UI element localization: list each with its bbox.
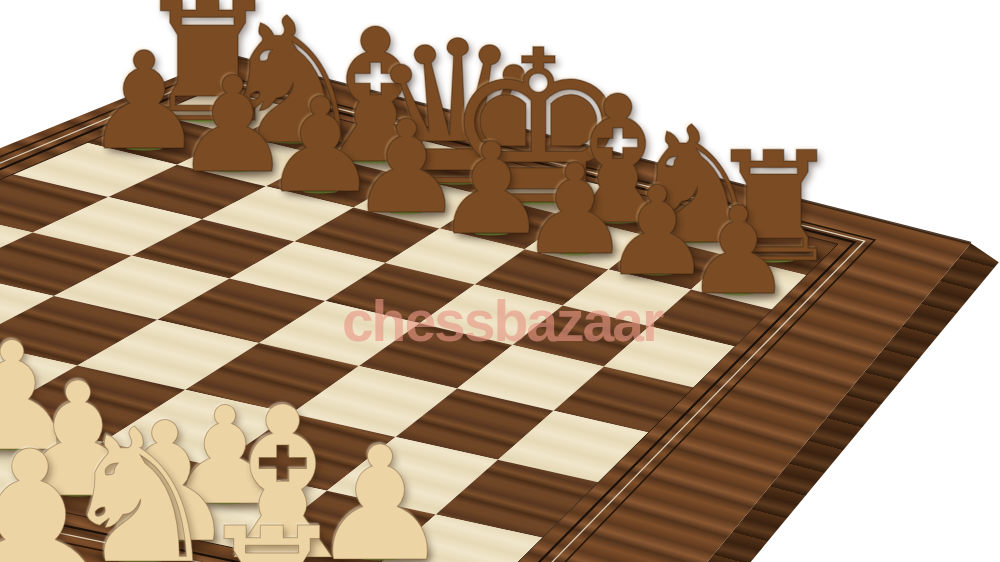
chess-board [0,0,1000,562]
chess-set-photo: ♜♞♝♛♚♝♞♜♟♟♟♟♟♟♟♟♟♟♟♟♞♝♟♟♜ chessbazaar [0,0,1000,562]
